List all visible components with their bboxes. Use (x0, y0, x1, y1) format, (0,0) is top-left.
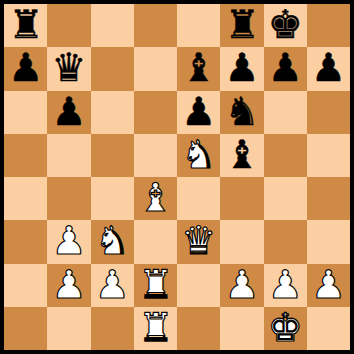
square-g8[interactable]: ♚ (264, 4, 307, 47)
piece-black-rook-a8[interactable]: ♜ (8, 5, 43, 44)
square-c2[interactable]: ♟ (91, 264, 134, 307)
square-d7[interactable] (134, 47, 177, 90)
square-e8[interactable] (177, 4, 220, 47)
piece-black-knight-f6[interactable]: ♞ (224, 92, 259, 131)
square-b5[interactable] (47, 134, 90, 177)
square-f5[interactable]: ♝ (220, 134, 263, 177)
square-d1[interactable]: ♜ (134, 307, 177, 350)
piece-black-pawn-f7[interactable]: ♟ (224, 48, 259, 87)
square-h3[interactable] (307, 220, 350, 263)
square-g2[interactable]: ♟ (264, 264, 307, 307)
piece-white-rook-d2[interactable]: ♜ (138, 265, 173, 304)
square-c6[interactable] (91, 91, 134, 134)
piece-black-pawn-g7[interactable]: ♟ (268, 48, 303, 87)
square-h5[interactable] (307, 134, 350, 177)
square-e1[interactable] (177, 307, 220, 350)
square-d8[interactable] (134, 4, 177, 47)
piece-black-queen-b7[interactable]: ♛ (51, 48, 86, 87)
piece-white-knight-c3[interactable]: ♞ (95, 221, 130, 260)
square-d5[interactable] (134, 134, 177, 177)
square-e7[interactable]: ♝ (177, 47, 220, 90)
square-a2[interactable] (4, 264, 47, 307)
piece-black-pawn-e6[interactable]: ♟ (181, 92, 216, 131)
piece-black-pawn-b6[interactable]: ♟ (51, 92, 86, 131)
square-h4[interactable] (307, 177, 350, 220)
piece-black-pawn-a7[interactable]: ♟ (8, 48, 43, 87)
piece-white-pawn-b2[interactable]: ♟ (51, 265, 86, 304)
piece-white-bishop-d4[interactable]: ♝ (138, 178, 173, 217)
square-h1[interactable] (307, 307, 350, 350)
square-a7[interactable]: ♟ (4, 47, 47, 90)
square-a3[interactable] (4, 220, 47, 263)
square-f4[interactable] (220, 177, 263, 220)
square-h7[interactable]: ♟ (307, 47, 350, 90)
piece-white-knight-e5[interactable]: ♞ (181, 135, 216, 174)
square-c8[interactable] (91, 4, 134, 47)
square-e6[interactable]: ♟ (177, 91, 220, 134)
square-d6[interactable] (134, 91, 177, 134)
piece-black-rook-f8[interactable]: ♜ (224, 5, 259, 44)
square-c3[interactable]: ♞ (91, 220, 134, 263)
piece-black-bishop-e7[interactable]: ♝ (181, 48, 216, 87)
piece-black-king-g8[interactable]: ♚ (268, 5, 303, 44)
square-g3[interactable] (264, 220, 307, 263)
square-b8[interactable] (47, 4, 90, 47)
square-a5[interactable] (4, 134, 47, 177)
square-f1[interactable] (220, 307, 263, 350)
square-a1[interactable] (4, 307, 47, 350)
square-g4[interactable] (264, 177, 307, 220)
square-e5[interactable]: ♞ (177, 134, 220, 177)
square-c1[interactable] (91, 307, 134, 350)
piece-white-pawn-c2[interactable]: ♟ (95, 265, 130, 304)
piece-white-king-g1[interactable]: ♚ (268, 308, 303, 347)
square-g6[interactable] (264, 91, 307, 134)
chess-board: ♜♜♚♟♛♝♟♟♟♟♟♞♞♝♝♟♞♛♟♟♜♟♟♟♜♚ (4, 4, 350, 350)
square-f3[interactable] (220, 220, 263, 263)
square-a6[interactable] (4, 91, 47, 134)
piece-white-pawn-h2[interactable]: ♟ (311, 265, 346, 304)
square-b1[interactable] (47, 307, 90, 350)
square-g7[interactable]: ♟ (264, 47, 307, 90)
square-a4[interactable] (4, 177, 47, 220)
piece-black-bishop-f5[interactable]: ♝ (224, 135, 259, 174)
square-g1[interactable]: ♚ (264, 307, 307, 350)
square-e3[interactable]: ♛ (177, 220, 220, 263)
square-d4[interactable]: ♝ (134, 177, 177, 220)
square-b6[interactable]: ♟ (47, 91, 90, 134)
square-a8[interactable]: ♜ (4, 4, 47, 47)
square-f2[interactable]: ♟ (220, 264, 263, 307)
square-d3[interactable] (134, 220, 177, 263)
piece-black-pawn-h7[interactable]: ♟ (311, 48, 346, 87)
square-c7[interactable] (91, 47, 134, 90)
square-e2[interactable] (177, 264, 220, 307)
piece-white-rook-d1[interactable]: ♜ (138, 308, 173, 347)
square-b3[interactable]: ♟ (47, 220, 90, 263)
square-b4[interactable] (47, 177, 90, 220)
piece-white-queen-e3[interactable]: ♛ (181, 221, 216, 260)
piece-white-pawn-f2[interactable]: ♟ (224, 265, 259, 304)
square-b2[interactable]: ♟ (47, 264, 90, 307)
square-f8[interactable]: ♜ (220, 4, 263, 47)
square-h6[interactable] (307, 91, 350, 134)
square-e4[interactable] (177, 177, 220, 220)
square-g5[interactable] (264, 134, 307, 177)
square-f7[interactable]: ♟ (220, 47, 263, 90)
square-h8[interactable] (307, 4, 350, 47)
square-h2[interactable]: ♟ (307, 264, 350, 307)
square-d2[interactable]: ♜ (134, 264, 177, 307)
piece-white-pawn-g2[interactable]: ♟ (268, 265, 303, 304)
square-c5[interactable] (91, 134, 134, 177)
square-f6[interactable]: ♞ (220, 91, 263, 134)
square-b7[interactable]: ♛ (47, 47, 90, 90)
board-frame: ♜♜♚♟♛♝♟♟♟♟♟♞♞♝♝♟♞♛♟♟♜♟♟♟♜♚ (0, 0, 354, 354)
piece-white-pawn-b3[interactable]: ♟ (51, 221, 86, 260)
square-c4[interactable] (91, 177, 134, 220)
